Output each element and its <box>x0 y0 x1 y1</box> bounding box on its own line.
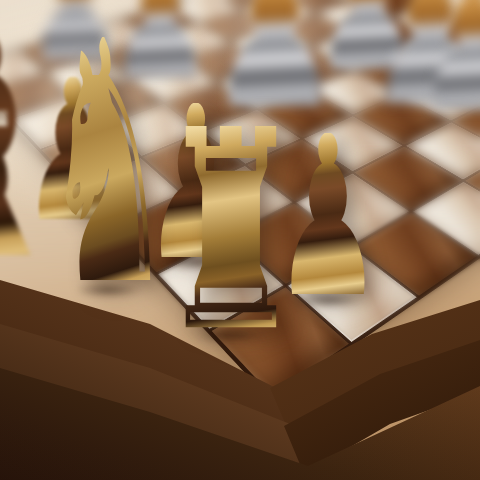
pawn-glyph: ♟ <box>413 0 480 115</box>
chess-set-photo: ♜♞♟♟♟♝♟♟♟♟♟♟ <box>0 0 480 480</box>
knight-glyph: ♞ <box>42 37 174 292</box>
rook-glyph: ♜ <box>159 126 303 337</box>
